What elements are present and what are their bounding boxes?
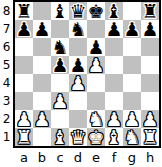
square-d7[interactable]: ♞ bbox=[69, 20, 87, 38]
white-rook: ♜ bbox=[141, 128, 158, 146]
white-pawn: ♟ bbox=[87, 56, 104, 74]
square-e3[interactable] bbox=[87, 92, 105, 110]
square-g3[interactable] bbox=[123, 92, 141, 110]
square-c4[interactable] bbox=[51, 74, 69, 92]
square-d2[interactable] bbox=[69, 110, 87, 128]
square-b8[interactable] bbox=[33, 2, 51, 20]
square-a1[interactable]: ♜ bbox=[15, 128, 33, 146]
square-e6[interactable]: ♟ bbox=[87, 38, 105, 56]
black-bishop: ♝ bbox=[105, 2, 122, 20]
black-knight: ♞ bbox=[51, 38, 68, 56]
rank-label-5: 5 bbox=[0, 56, 13, 74]
square-e2[interactable]: ♞ bbox=[87, 110, 105, 128]
black-pawn: ♟ bbox=[141, 20, 158, 38]
square-c5[interactable]: ♟ bbox=[51, 56, 69, 74]
square-d3[interactable] bbox=[69, 92, 87, 110]
square-h5[interactable] bbox=[141, 56, 159, 74]
square-f2[interactable]: ♟ bbox=[105, 110, 123, 128]
square-b3[interactable] bbox=[33, 92, 51, 110]
square-a5[interactable] bbox=[15, 56, 33, 74]
file-labels: abcdefgh bbox=[0, 148, 162, 167]
square-f7[interactable]: ♟ bbox=[105, 20, 123, 38]
white-bishop: ♝ bbox=[105, 128, 122, 146]
square-g1[interactable]: ♞ bbox=[123, 128, 141, 146]
rank-label-4: 4 bbox=[0, 74, 13, 92]
black-pawn: ♟ bbox=[33, 20, 50, 38]
board-area: 87654321 ♜♝♛♚♝♜♟♟♞♟♟♟♞♟♟♟♟♟♟♟♟♞♟♟♟♜♝♛♚♝♞… bbox=[0, 0, 162, 148]
file-label-b: b bbox=[33, 148, 51, 167]
square-c1[interactable]: ♝ bbox=[51, 128, 69, 146]
square-h4[interactable] bbox=[141, 74, 159, 92]
file-label-f: f bbox=[105, 148, 123, 167]
square-f4[interactable] bbox=[105, 74, 123, 92]
rank-labels: 87654321 bbox=[0, 0, 13, 148]
square-c6[interactable]: ♞ bbox=[51, 38, 69, 56]
square-a2[interactable]: ♟ bbox=[15, 110, 33, 128]
square-b1[interactable] bbox=[33, 128, 51, 146]
square-f5[interactable] bbox=[105, 56, 123, 74]
square-b5[interactable] bbox=[33, 56, 51, 74]
square-a6[interactable] bbox=[15, 38, 33, 56]
white-pawn: ♟ bbox=[33, 110, 50, 128]
black-pawn: ♟ bbox=[105, 20, 122, 38]
black-pawn: ♟ bbox=[87, 38, 104, 56]
file-label-g: g bbox=[123, 148, 141, 167]
square-b4[interactable] bbox=[33, 74, 51, 92]
rank-label-8: 8 bbox=[0, 2, 13, 20]
square-c3[interactable]: ♟ bbox=[51, 92, 69, 110]
rank-label-1: 1 bbox=[0, 128, 13, 146]
square-h6[interactable] bbox=[141, 38, 159, 56]
square-a4[interactable] bbox=[15, 74, 33, 92]
black-king: ♚ bbox=[87, 2, 104, 20]
square-a8[interactable]: ♜ bbox=[15, 2, 33, 20]
white-knight: ♞ bbox=[87, 110, 104, 128]
white-pawn: ♟ bbox=[123, 110, 140, 128]
white-pawn: ♟ bbox=[105, 110, 122, 128]
white-queen: ♛ bbox=[69, 128, 86, 146]
square-e4[interactable] bbox=[87, 74, 105, 92]
square-d8[interactable]: ♛ bbox=[69, 2, 87, 20]
black-pawn: ♟ bbox=[69, 56, 86, 74]
white-king: ♚ bbox=[87, 128, 104, 146]
black-rook: ♜ bbox=[141, 2, 158, 20]
file-label-c: c bbox=[51, 148, 69, 167]
square-d4[interactable]: ♟ bbox=[69, 74, 87, 92]
chess-diagram: 87654321 ♜♝♛♚♝♜♟♟♞♟♟♟♞♟♟♟♟♟♟♟♟♞♟♟♟♜♝♛♚♝♞… bbox=[0, 0, 162, 167]
square-g7[interactable]: ♟ bbox=[123, 20, 141, 38]
square-b6[interactable] bbox=[33, 38, 51, 56]
black-pawn: ♟ bbox=[51, 56, 68, 74]
square-g4[interactable] bbox=[123, 74, 141, 92]
square-c7[interactable] bbox=[51, 20, 69, 38]
black-bishop: ♝ bbox=[51, 2, 68, 20]
square-c2[interactable] bbox=[51, 110, 69, 128]
rank-label-6: 6 bbox=[0, 38, 13, 56]
square-c8[interactable]: ♝ bbox=[51, 2, 69, 20]
square-f3[interactable] bbox=[105, 92, 123, 110]
square-h8[interactable]: ♜ bbox=[141, 2, 159, 20]
square-h3[interactable] bbox=[141, 92, 159, 110]
white-pawn: ♟ bbox=[51, 92, 68, 110]
square-f1[interactable]: ♝ bbox=[105, 128, 123, 146]
white-rook: ♜ bbox=[15, 128, 32, 146]
white-pawn: ♟ bbox=[69, 74, 86, 92]
square-g6[interactable] bbox=[123, 38, 141, 56]
square-g8[interactable] bbox=[123, 2, 141, 20]
file-label-d: d bbox=[69, 148, 87, 167]
square-g2[interactable]: ♟ bbox=[123, 110, 141, 128]
square-e8[interactable]: ♚ bbox=[87, 2, 105, 20]
square-d6[interactable] bbox=[69, 38, 87, 56]
black-rook: ♜ bbox=[15, 2, 32, 20]
file-label-e: e bbox=[87, 148, 105, 167]
white-knight: ♞ bbox=[123, 128, 140, 146]
square-b2[interactable]: ♟ bbox=[33, 110, 51, 128]
square-e7[interactable] bbox=[87, 20, 105, 38]
white-bishop: ♝ bbox=[51, 128, 68, 146]
black-pawn: ♟ bbox=[15, 20, 32, 38]
rank-label-3: 3 bbox=[0, 92, 13, 110]
square-b7[interactable]: ♟ bbox=[33, 20, 51, 38]
square-f6[interactable] bbox=[105, 38, 123, 56]
board: ♜♝♛♚♝♜♟♟♞♟♟♟♞♟♟♟♟♟♟♟♟♞♟♟♟♜♝♛♚♝♞♜ bbox=[13, 0, 161, 148]
square-e5[interactable]: ♟ bbox=[87, 56, 105, 74]
square-g5[interactable] bbox=[123, 56, 141, 74]
rank-label-2: 2 bbox=[0, 110, 13, 128]
square-d5[interactable]: ♟ bbox=[69, 56, 87, 74]
square-h1[interactable]: ♜ bbox=[141, 128, 159, 146]
rank-label-7: 7 bbox=[0, 20, 13, 38]
square-d1[interactable]: ♛ bbox=[69, 128, 87, 146]
square-a3[interactable] bbox=[15, 92, 33, 110]
corner-spacer bbox=[0, 148, 15, 167]
file-label-h: h bbox=[141, 148, 159, 167]
square-f8[interactable]: ♝ bbox=[105, 2, 123, 20]
white-pawn: ♟ bbox=[141, 110, 158, 128]
square-h7[interactable]: ♟ bbox=[141, 20, 159, 38]
black-knight: ♞ bbox=[69, 20, 86, 38]
black-queen: ♛ bbox=[69, 2, 86, 20]
white-pawn: ♟ bbox=[15, 110, 32, 128]
square-e1[interactable]: ♚ bbox=[87, 128, 105, 146]
square-a7[interactable]: ♟ bbox=[15, 20, 33, 38]
square-h2[interactable]: ♟ bbox=[141, 110, 159, 128]
black-pawn: ♟ bbox=[123, 20, 140, 38]
file-label-a: a bbox=[15, 148, 33, 167]
